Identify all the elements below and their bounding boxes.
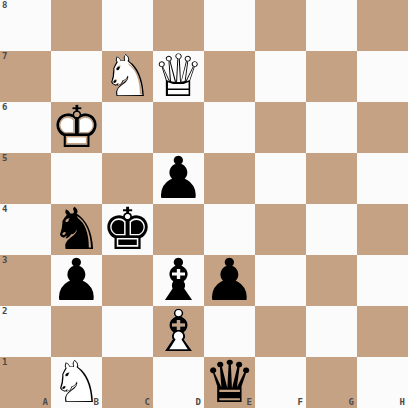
square-g3[interactable] [306,255,357,306]
square-a8[interactable]: 8 [0,0,51,51]
square-f3[interactable] [255,255,306,306]
square-h7[interactable] [357,51,408,102]
square-b3[interactable]: ♟ [51,255,102,306]
square-c1[interactable]: C [102,357,153,408]
square-a3[interactable]: 3 [0,255,51,306]
square-b1[interactable]: B♞♘ [51,357,102,408]
square-h1[interactable]: H [357,357,408,408]
pawn-glyph: ♟ [204,255,255,306]
piece-black-king[interactable]: ♚ [102,204,153,255]
piece-black-pawn[interactable]: ♟ [204,255,255,306]
square-a5[interactable]: 5 [0,153,51,204]
rank-label-1: 1 [2,358,7,367]
square-e6[interactable] [204,102,255,153]
square-b8[interactable] [51,0,102,51]
king-glyph: ♔ [51,102,102,153]
rank-label-4: 4 [2,205,7,214]
square-f5[interactable] [255,153,306,204]
rank-label-8: 8 [2,1,7,10]
piece-black-pawn[interactable]: ♟ [153,153,204,204]
square-b6[interactable]: ♚♔ [51,102,102,153]
piece-white-queen[interactable]: ♛♕ [153,51,204,102]
rank-label-5: 5 [2,154,7,163]
pawn-glyph: ♟ [51,255,102,306]
square-e1[interactable]: E♛ [204,357,255,408]
square-a2[interactable]: 2 [0,306,51,357]
piece-black-pawn[interactable]: ♟ [51,255,102,306]
square-h6[interactable] [357,102,408,153]
square-g8[interactable] [306,0,357,51]
piece-black-queen[interactable]: ♛ [204,357,255,408]
square-f4[interactable] [255,204,306,255]
file-label-d: D [196,398,201,407]
rank-label-2: 2 [2,307,7,316]
square-e3[interactable]: ♟ [204,255,255,306]
file-label-h: H [400,398,405,407]
square-h4[interactable] [357,204,408,255]
square-g1[interactable]: G [306,357,357,408]
square-c4[interactable]: ♚ [102,204,153,255]
square-f1[interactable]: F [255,357,306,408]
knight-glyph: ♘ [51,357,102,408]
square-d7[interactable]: ♛♕ [153,51,204,102]
square-g7[interactable] [306,51,357,102]
square-c2[interactable] [102,306,153,357]
queen-glyph: ♕ [153,51,204,102]
square-h5[interactable] [357,153,408,204]
square-g5[interactable] [306,153,357,204]
square-g2[interactable] [306,306,357,357]
queen-glyph: ♛ [204,357,255,408]
knight-glyph: ♘ [102,51,153,102]
king-glyph: ♚ [102,204,153,255]
chess-board: 87♞♘♛♕6♚♔5♟4♞♚3♟♝♟2♝♗1AB♞♘CDE♛FGH [0,0,408,408]
square-f6[interactable] [255,102,306,153]
square-a4[interactable]: 4 [0,204,51,255]
square-d2[interactable]: ♝♗ [153,306,204,357]
pawn-glyph: ♟ [153,153,204,204]
rank-label-7: 7 [2,52,7,61]
square-c7[interactable]: ♞♘ [102,51,153,102]
square-h3[interactable] [357,255,408,306]
square-a7[interactable]: 7 [0,51,51,102]
rank-label-3: 3 [2,256,7,265]
square-e5[interactable] [204,153,255,204]
square-f8[interactable] [255,0,306,51]
piece-white-king[interactable]: ♚♔ [51,102,102,153]
square-g6[interactable] [306,102,357,153]
square-a6[interactable]: 6 [0,102,51,153]
square-g4[interactable] [306,204,357,255]
bishop-glyph: ♗ [153,306,204,357]
file-label-a: A [43,398,48,407]
square-c3[interactable] [102,255,153,306]
square-c6[interactable] [102,102,153,153]
square-f2[interactable] [255,306,306,357]
square-e7[interactable] [204,51,255,102]
square-a1[interactable]: 1A [0,357,51,408]
file-label-f: F [298,398,303,407]
piece-white-knight[interactable]: ♞♘ [51,357,102,408]
piece-white-knight[interactable]: ♞♘ [102,51,153,102]
file-label-g: G [349,398,354,407]
square-f7[interactable] [255,51,306,102]
square-d1[interactable]: D [153,357,204,408]
rank-label-6: 6 [2,103,7,112]
square-d5[interactable]: ♟ [153,153,204,204]
square-e8[interactable] [204,0,255,51]
square-h8[interactable] [357,0,408,51]
square-h2[interactable] [357,306,408,357]
file-label-c: C [145,398,150,407]
piece-white-bishop[interactable]: ♝♗ [153,306,204,357]
